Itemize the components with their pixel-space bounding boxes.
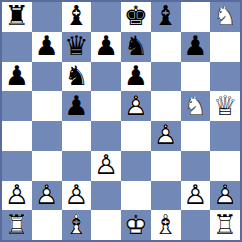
square-g2[interactable]: ♟♙ <box>181 181 211 211</box>
square-a1[interactable]: ♜♖ <box>2 210 32 240</box>
white-bishop-icon: ♝♗ <box>64 211 88 238</box>
square-f8[interactable]: ♝ <box>151 2 181 32</box>
square-e8[interactable]: ♚ <box>121 2 151 32</box>
black-pawn-icon: ♟ <box>183 32 207 59</box>
square-f1[interactable]: ♝♗ <box>151 210 181 240</box>
square-d6[interactable] <box>91 62 121 92</box>
square-b8[interactable] <box>32 2 62 32</box>
white-rook-icon: ♜♖ <box>5 211 29 238</box>
black-pawn-icon: ♟ <box>124 62 148 89</box>
square-h2[interactable]: ♟♙ <box>210 181 240 211</box>
white-pawn-icon: ♟♙ <box>35 181 59 208</box>
square-g1[interactable] <box>181 210 211 240</box>
square-b2[interactable]: ♟♙ <box>32 181 62 211</box>
white-pawn-icon: ♟♙ <box>213 181 237 208</box>
square-g3[interactable] <box>181 151 211 181</box>
black-pawn-icon: ♟ <box>35 32 59 59</box>
square-b1[interactable] <box>32 210 62 240</box>
square-h8[interactable]: ♞♘ <box>210 2 240 32</box>
black-knight-icon: ♞ <box>124 32 148 59</box>
black-king-icon: ♚ <box>124 2 148 29</box>
square-g6[interactable] <box>181 62 211 92</box>
square-b6[interactable] <box>32 62 62 92</box>
square-d8[interactable] <box>91 2 121 32</box>
square-f3[interactable] <box>151 151 181 181</box>
square-d2[interactable] <box>91 181 121 211</box>
square-e3[interactable] <box>121 151 151 181</box>
square-e2[interactable] <box>121 181 151 211</box>
square-h6[interactable] <box>210 62 240 92</box>
square-a6[interactable]: ♟ <box>2 62 32 92</box>
square-c1[interactable]: ♝♗ <box>62 210 92 240</box>
black-knight-icon: ♞ <box>64 62 88 89</box>
white-pawn-icon: ♟♙ <box>94 151 118 178</box>
square-a3[interactable] <box>2 151 32 181</box>
square-a4[interactable] <box>2 121 32 151</box>
white-king-icon: ♚♔ <box>124 211 148 238</box>
black-pawn-icon: ♟ <box>64 92 88 119</box>
square-a8[interactable]: ♜ <box>2 2 32 32</box>
square-f6[interactable] <box>151 62 181 92</box>
square-c2[interactable]: ♟♙ <box>62 181 92 211</box>
square-a2[interactable]: ♟♙ <box>2 181 32 211</box>
square-b4[interactable] <box>32 121 62 151</box>
black-queen-icon: ♛ <box>64 32 88 59</box>
black-rook-icon: ♜ <box>5 2 29 29</box>
square-h3[interactable] <box>210 151 240 181</box>
square-a5[interactable] <box>2 91 32 121</box>
square-d5[interactable] <box>91 91 121 121</box>
square-f2[interactable] <box>151 181 181 211</box>
square-f5[interactable] <box>151 91 181 121</box>
square-c8[interactable]: ♝ <box>62 2 92 32</box>
square-h4[interactable] <box>210 121 240 151</box>
square-d4[interactable] <box>91 121 121 151</box>
square-f4[interactable]: ♟♙ <box>151 121 181 151</box>
square-c4[interactable] <box>62 121 92 151</box>
square-b7[interactable]: ♟ <box>32 32 62 62</box>
white-pawn-icon: ♟♙ <box>154 121 178 148</box>
square-g7[interactable]: ♟ <box>181 32 211 62</box>
square-g8[interactable] <box>181 2 211 32</box>
black-bishop-icon: ♝ <box>154 2 178 29</box>
square-d7[interactable]: ♟ <box>91 32 121 62</box>
square-h5[interactable]: ♛♕ <box>210 91 240 121</box>
square-d1[interactable] <box>91 210 121 240</box>
square-h7[interactable] <box>210 32 240 62</box>
square-b5[interactable] <box>32 91 62 121</box>
square-f7[interactable] <box>151 32 181 62</box>
square-e7[interactable]: ♞ <box>121 32 151 62</box>
square-e5[interactable]: ♟♙ <box>121 91 151 121</box>
square-e4[interactable] <box>121 121 151 151</box>
white-pawn-icon: ♟♙ <box>124 92 148 119</box>
white-bishop-icon: ♝♗ <box>154 211 178 238</box>
square-a7[interactable] <box>2 32 32 62</box>
white-knight-icon: ♞♘ <box>213 2 237 29</box>
square-c7[interactable]: ♛ <box>62 32 92 62</box>
white-pawn-icon: ♟♙ <box>5 181 29 208</box>
square-e1[interactable]: ♚♔ <box>121 210 151 240</box>
white-rook-icon: ♜♖ <box>213 211 237 238</box>
chess-board: ♜♝♚♝♞♘♟♛♟♞♟♟♞♟♟♟♙♞♘♛♕♟♙♟♙♟♙♟♙♟♙♟♙♟♙♜♖♝♗♚… <box>0 0 242 242</box>
square-h1[interactable]: ♜♖ <box>210 210 240 240</box>
square-c3[interactable] <box>62 151 92 181</box>
black-pawn-icon: ♟ <box>5 62 29 89</box>
square-c6[interactable]: ♞ <box>62 62 92 92</box>
square-c5[interactable]: ♟ <box>62 91 92 121</box>
white-knight-icon: ♞♘ <box>183 92 207 119</box>
square-g4[interactable] <box>181 121 211 151</box>
square-d3[interactable]: ♟♙ <box>91 151 121 181</box>
white-pawn-icon: ♟♙ <box>183 181 207 208</box>
white-queen-icon: ♛♕ <box>213 92 237 119</box>
square-b3[interactable] <box>32 151 62 181</box>
square-g5[interactable]: ♞♘ <box>181 91 211 121</box>
black-bishop-icon: ♝ <box>64 2 88 29</box>
white-pawn-icon: ♟♙ <box>64 181 88 208</box>
black-pawn-icon: ♟ <box>94 32 118 59</box>
square-e6[interactable]: ♟ <box>121 62 151 92</box>
